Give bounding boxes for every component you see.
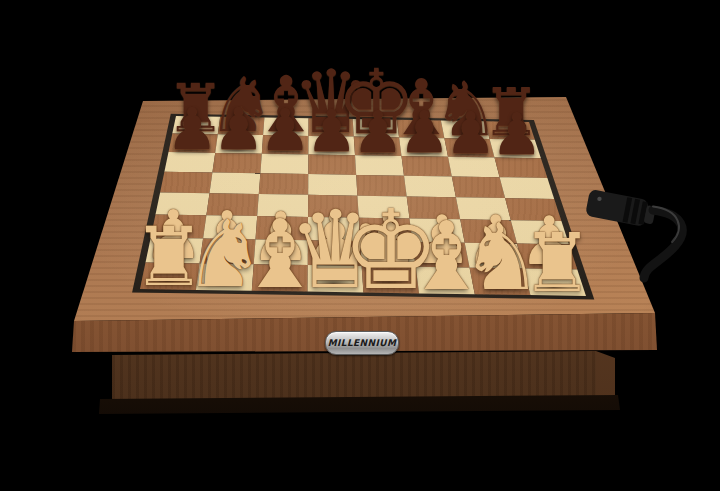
black-pawn-h7: ♟ xyxy=(459,106,574,164)
chessboard-photo: ♜♞♝♛♚♝♞♜♟♟♟♟♟♟♟♟♟♟♟♟♟♟♟♟♜♞♝♛♚♝♞♜ MILLENN… xyxy=(0,0,720,491)
brand-label: MILLENNIUM xyxy=(328,338,397,349)
white-rook-h1: ♜ xyxy=(476,223,638,304)
board-playing-area: ♜♞♝♛♚♝♞♜♟♟♟♟♟♟♟♟♟♟♟♟♟♟♟♟♜♞♝♛♚♝♞♜ xyxy=(0,0,720,491)
brand-plate: MILLENNIUM xyxy=(325,331,399,355)
